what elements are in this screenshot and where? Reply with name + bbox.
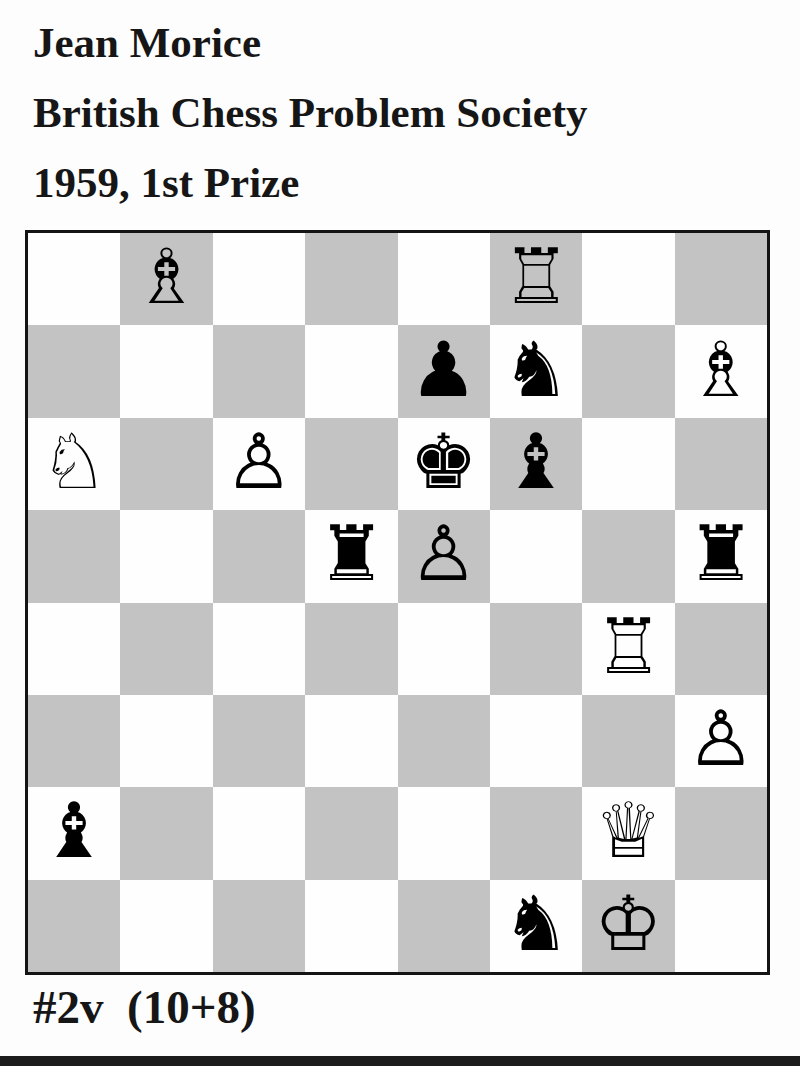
white-king-piece: ♔	[594, 886, 662, 962]
black-bishop-piece: ♝	[502, 424, 570, 500]
square-a4	[28, 603, 120, 695]
white-pawn-piece: ♙	[687, 701, 755, 777]
year-prize-line: 1959, 1st Prize	[33, 148, 588, 218]
square-e6: ♚	[398, 418, 490, 510]
square-f8: ♖	[490, 233, 582, 325]
square-b6	[120, 418, 212, 510]
white-pawn-piece: ♙	[410, 516, 478, 592]
square-c2	[213, 787, 305, 879]
square-b3	[120, 695, 212, 787]
bottom-divider-bar	[0, 1056, 800, 1066]
square-g2: ♕	[582, 787, 674, 879]
square-e2	[398, 787, 490, 879]
chess-board: ♗♖♟♞♗♘♙♚♝♜♙♜♖♙♝♕♞♔	[25, 230, 770, 975]
black-king-piece: ♚	[410, 424, 478, 500]
square-g8	[582, 233, 674, 325]
square-a8	[28, 233, 120, 325]
square-d5: ♜	[305, 510, 397, 602]
square-f7: ♞	[490, 325, 582, 417]
square-g3	[582, 695, 674, 787]
black-pawn-piece: ♟	[410, 332, 478, 408]
square-f5	[490, 510, 582, 602]
square-a1	[28, 880, 120, 972]
square-b4	[120, 603, 212, 695]
square-h6	[675, 418, 767, 510]
square-a3	[28, 695, 120, 787]
square-h2	[675, 787, 767, 879]
problem-header: Jean Morice British Chess Problem Societ…	[33, 8, 588, 218]
square-f1: ♞	[490, 880, 582, 972]
white-rook-piece: ♖	[502, 239, 570, 315]
square-h8	[675, 233, 767, 325]
square-b2	[120, 787, 212, 879]
square-d1	[305, 880, 397, 972]
square-g6	[582, 418, 674, 510]
square-c1	[213, 880, 305, 972]
square-e1	[398, 880, 490, 972]
square-e8	[398, 233, 490, 325]
square-e5: ♙	[398, 510, 490, 602]
author-line: Jean Morice	[33, 8, 588, 78]
black-knight-piece: ♞	[502, 886, 570, 962]
white-knight-piece: ♘	[40, 424, 108, 500]
square-e7: ♟	[398, 325, 490, 417]
white-pawn-piece: ♙	[225, 424, 293, 500]
square-c5	[213, 510, 305, 602]
square-h4	[675, 603, 767, 695]
square-g4: ♖	[582, 603, 674, 695]
white-rook-piece: ♖	[594, 609, 662, 685]
square-f4	[490, 603, 582, 695]
square-b5	[120, 510, 212, 602]
square-h1	[675, 880, 767, 972]
square-a7	[28, 325, 120, 417]
square-h7: ♗	[675, 325, 767, 417]
square-h5: ♜	[675, 510, 767, 602]
black-rook-piece: ♜	[687, 516, 755, 592]
source-line: British Chess Problem Society	[33, 78, 588, 148]
square-f2	[490, 787, 582, 879]
square-b8: ♗	[120, 233, 212, 325]
square-c6: ♙	[213, 418, 305, 510]
square-c3	[213, 695, 305, 787]
stipulation-caption: #2v (10+8)	[33, 980, 256, 1034]
square-d3	[305, 695, 397, 787]
black-bishop-piece: ♝	[40, 793, 108, 869]
square-c8	[213, 233, 305, 325]
white-bishop-piece: ♗	[687, 332, 755, 408]
square-b7	[120, 325, 212, 417]
square-e4	[398, 603, 490, 695]
square-d6	[305, 418, 397, 510]
square-g5	[582, 510, 674, 602]
square-c7	[213, 325, 305, 417]
square-g7	[582, 325, 674, 417]
square-a2: ♝	[28, 787, 120, 879]
square-f3	[490, 695, 582, 787]
square-a5	[28, 510, 120, 602]
square-a6: ♘	[28, 418, 120, 510]
square-e3	[398, 695, 490, 787]
black-rook-piece: ♜	[317, 516, 385, 592]
square-c4	[213, 603, 305, 695]
white-bishop-piece: ♗	[132, 239, 200, 315]
square-d8	[305, 233, 397, 325]
square-d7	[305, 325, 397, 417]
square-d4	[305, 603, 397, 695]
square-g1: ♔	[582, 880, 674, 972]
black-knight-piece: ♞	[502, 332, 570, 408]
square-f6: ♝	[490, 418, 582, 510]
square-b1	[120, 880, 212, 972]
white-queen-piece: ♕	[594, 793, 662, 869]
square-d2	[305, 787, 397, 879]
square-h3: ♙	[675, 695, 767, 787]
